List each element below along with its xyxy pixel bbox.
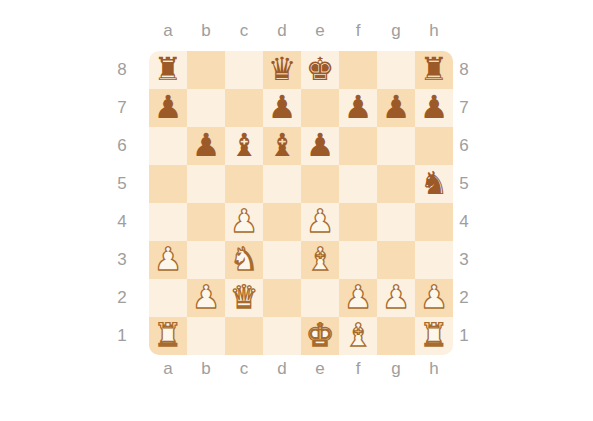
square-b5[interactable] xyxy=(187,165,225,203)
square-a8[interactable]: ♜ xyxy=(149,51,187,89)
file-label-bottom-g: g xyxy=(377,357,415,381)
square-f3[interactable] xyxy=(339,241,377,279)
square-a2[interactable] xyxy=(149,279,187,317)
file-label-top-c: c xyxy=(225,19,263,43)
rank-labels-right: 87654321 xyxy=(446,51,482,355)
square-d5[interactable] xyxy=(263,165,301,203)
square-c6[interactable]: ♝ xyxy=(225,127,263,165)
square-e1[interactable]: ♚ xyxy=(301,317,339,355)
rank-label-left-8: 8 xyxy=(104,51,140,89)
white-king[interactable]: ♚ xyxy=(306,319,335,351)
file-label-bottom-d: d xyxy=(263,357,301,381)
rank-label-right-8: 8 xyxy=(446,51,482,89)
square-c5[interactable] xyxy=(225,165,263,203)
white-rook[interactable]: ♜ xyxy=(154,319,183,351)
square-d6[interactable]: ♝ xyxy=(263,127,301,165)
rank-label-left-5: 5 xyxy=(104,165,140,203)
white-pawn[interactable]: ♟ xyxy=(306,205,335,237)
rank-label-right-2: 2 xyxy=(446,279,482,317)
rank-labels-left: 87654321 xyxy=(104,51,140,355)
file-label-top-e: e xyxy=(301,19,339,43)
square-e2[interactable] xyxy=(301,279,339,317)
white-pawn[interactable]: ♟ xyxy=(344,281,373,313)
square-f1[interactable]: ♝ xyxy=(339,317,377,355)
white-bishop[interactable]: ♝ xyxy=(344,319,373,351)
square-c1[interactable] xyxy=(225,317,263,355)
file-label-top-d: d xyxy=(263,19,301,43)
square-a7[interactable]: ♟ xyxy=(149,89,187,127)
black-knight[interactable]: ♞ xyxy=(420,167,449,199)
white-rook[interactable]: ♜ xyxy=(420,319,449,351)
white-bishop[interactable]: ♝ xyxy=(306,243,335,275)
file-label-bottom-f: f xyxy=(339,357,377,381)
square-b1[interactable] xyxy=(187,317,225,355)
file-label-bottom-h: h xyxy=(415,357,453,381)
white-pawn[interactable]: ♟ xyxy=(192,281,221,313)
black-rook[interactable]: ♜ xyxy=(420,53,449,85)
white-pawn[interactable]: ♟ xyxy=(154,243,183,275)
white-queen[interactable]: ♛ xyxy=(230,281,259,313)
chess-board-page: abcdefgh 87654321 ♜♛♚♜♟♟♟♟♟♟♝♝♟♞♟♟♟♞♝♟♛♟… xyxy=(0,0,593,421)
file-label-bottom-e: e xyxy=(301,357,339,381)
square-a3[interactable]: ♟ xyxy=(149,241,187,279)
square-b2[interactable]: ♟ xyxy=(187,279,225,317)
square-f2[interactable]: ♟ xyxy=(339,279,377,317)
square-b8[interactable] xyxy=(187,51,225,89)
square-d8[interactable]: ♛ xyxy=(263,51,301,89)
white-pawn[interactable]: ♟ xyxy=(420,281,449,313)
black-queen[interactable]: ♛ xyxy=(268,53,297,85)
square-g7[interactable]: ♟ xyxy=(377,89,415,127)
square-g4[interactable] xyxy=(377,203,415,241)
square-b6[interactable]: ♟ xyxy=(187,127,225,165)
file-label-top-b: b xyxy=(187,19,225,43)
black-pawn[interactable]: ♟ xyxy=(306,129,335,161)
square-f5[interactable] xyxy=(339,165,377,203)
square-c2[interactable]: ♛ xyxy=(225,279,263,317)
file-label-top-a: a xyxy=(149,19,187,43)
rank-label-right-1: 1 xyxy=(446,317,482,355)
square-d3[interactable] xyxy=(263,241,301,279)
square-d1[interactable] xyxy=(263,317,301,355)
square-c4[interactable]: ♟ xyxy=(225,203,263,241)
rank-label-left-4: 4 xyxy=(104,203,140,241)
file-label-bottom-a: a xyxy=(149,357,187,381)
white-pawn[interactable]: ♟ xyxy=(382,281,411,313)
black-bishop[interactable]: ♝ xyxy=(230,129,259,161)
square-a1[interactable]: ♜ xyxy=(149,317,187,355)
square-f8[interactable] xyxy=(339,51,377,89)
square-a5[interactable] xyxy=(149,165,187,203)
square-b7[interactable] xyxy=(187,89,225,127)
black-pawn[interactable]: ♟ xyxy=(420,91,449,123)
file-labels-bottom: abcdefgh xyxy=(149,357,453,381)
rank-label-right-5: 5 xyxy=(446,165,482,203)
square-c7[interactable] xyxy=(225,89,263,127)
square-g8[interactable] xyxy=(377,51,415,89)
white-pawn[interactable]: ♟ xyxy=(230,205,259,237)
rank-label-right-6: 6 xyxy=(446,127,482,165)
black-king[interactable]: ♚ xyxy=(306,53,335,85)
square-g6[interactable] xyxy=(377,127,415,165)
rank-label-left-3: 3 xyxy=(104,241,140,279)
square-d2[interactable] xyxy=(263,279,301,317)
black-pawn[interactable]: ♟ xyxy=(192,129,221,161)
square-g3[interactable] xyxy=(377,241,415,279)
black-rook[interactable]: ♜ xyxy=(154,53,183,85)
square-e4[interactable]: ♟ xyxy=(301,203,339,241)
square-e6[interactable]: ♟ xyxy=(301,127,339,165)
file-label-top-h: h xyxy=(415,19,453,43)
square-e5[interactable] xyxy=(301,165,339,203)
black-pawn[interactable]: ♟ xyxy=(382,91,411,123)
rank-label-left-6: 6 xyxy=(104,127,140,165)
black-pawn[interactable]: ♟ xyxy=(268,91,297,123)
file-label-bottom-c: c xyxy=(225,357,263,381)
square-e7[interactable] xyxy=(301,89,339,127)
rank-label-left-2: 2 xyxy=(104,279,140,317)
rank-label-left-7: 7 xyxy=(104,89,140,127)
file-label-top-f: f xyxy=(339,19,377,43)
square-f6[interactable] xyxy=(339,127,377,165)
square-g5[interactable] xyxy=(377,165,415,203)
square-d4[interactable] xyxy=(263,203,301,241)
black-pawn[interactable]: ♟ xyxy=(344,91,373,123)
white-knight[interactable]: ♞ xyxy=(230,243,259,275)
square-e8[interactable]: ♚ xyxy=(301,51,339,89)
square-b3[interactable] xyxy=(187,241,225,279)
file-label-bottom-b: b xyxy=(187,357,225,381)
rank-label-left-1: 1 xyxy=(104,317,140,355)
square-a4[interactable] xyxy=(149,203,187,241)
square-f7[interactable]: ♟ xyxy=(339,89,377,127)
square-c8[interactable] xyxy=(225,51,263,89)
square-g1[interactable] xyxy=(377,317,415,355)
black-bishop[interactable]: ♝ xyxy=(268,129,297,161)
square-c3[interactable]: ♞ xyxy=(225,241,263,279)
square-a6[interactable] xyxy=(149,127,187,165)
square-g2[interactable]: ♟ xyxy=(377,279,415,317)
rank-label-right-7: 7 xyxy=(446,89,482,127)
square-f4[interactable] xyxy=(339,203,377,241)
file-labels-top: abcdefgh xyxy=(149,19,453,43)
rank-label-right-3: 3 xyxy=(446,241,482,279)
black-pawn[interactable]: ♟ xyxy=(154,91,183,123)
file-label-top-g: g xyxy=(377,19,415,43)
square-d7[interactable]: ♟ xyxy=(263,89,301,127)
square-b4[interactable] xyxy=(187,203,225,241)
chess-board: ♜♛♚♜♟♟♟♟♟♟♝♝♟♞♟♟♟♞♝♟♛♟♟♟♜♚♝♜ xyxy=(149,51,453,355)
rank-label-right-4: 4 xyxy=(446,203,482,241)
square-e3[interactable]: ♝ xyxy=(301,241,339,279)
